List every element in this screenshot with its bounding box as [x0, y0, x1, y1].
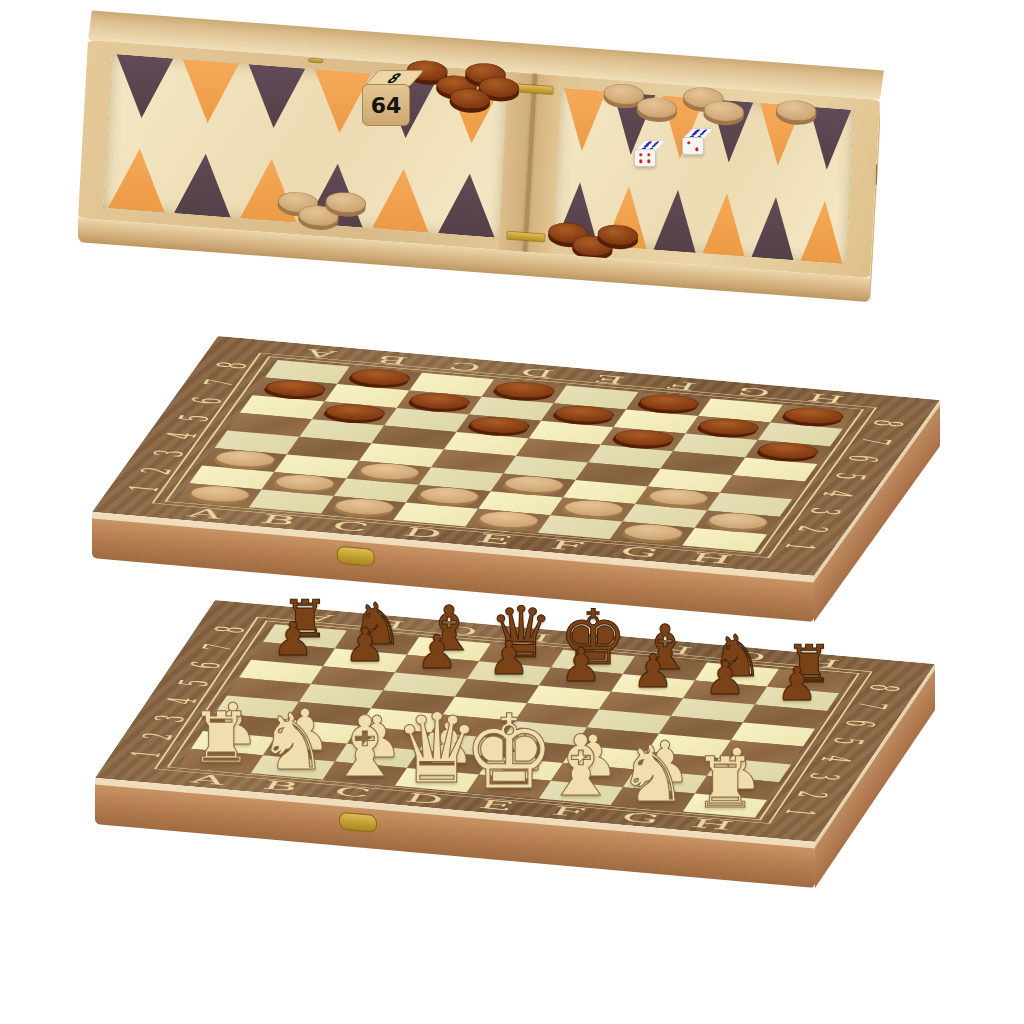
rank-label-1-right: 1	[759, 537, 841, 557]
rank-label-6-right: 6	[822, 449, 904, 469]
rank-label-1-left: 1	[103, 479, 185, 499]
rank-label-7-left: 7	[179, 373, 261, 393]
product-photo-canvas: 8 64 AABBCCDDEEFFGGHH1122334455667788♜♞♝…	[0, 0, 1024, 1024]
rank-label-8-left: 8	[191, 356, 273, 376]
checker-man-light[interactable]	[184, 484, 255, 507]
file-label-g-far: G	[713, 383, 794, 402]
file-label-a-far: A	[280, 344, 361, 363]
checkers-scene: AABBCCDDEEFFGGHH1122334455667788	[0, 0, 1024, 1024]
checkers-clasp[interactable]	[337, 546, 375, 567]
rank-label-3-left: 3	[128, 444, 210, 464]
file-label-c-far: C	[424, 357, 505, 376]
rank-label-2-left: 2	[116, 461, 198, 481]
rank-label-6-left: 6	[166, 391, 248, 411]
checker-man-light[interactable]	[473, 509, 544, 532]
rank-label-4-right: 4	[797, 484, 879, 504]
rank-label-5-left: 5	[154, 408, 236, 428]
checker-man-light[interactable]	[328, 496, 399, 519]
checker-man-light[interactable]	[617, 522, 688, 545]
file-label-e-far: E	[569, 370, 650, 389]
rank-label-4-left: 4	[141, 426, 223, 446]
